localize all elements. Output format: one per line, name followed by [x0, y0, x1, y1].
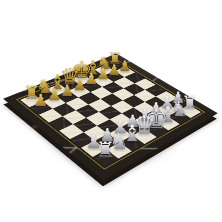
product-photo-stage: ♜♟♟♜♞♟♟♞♝♟♟♝♚♟♟♚♛♟♟♛♝♟♟♝♞♟♟♞♜♟♟♜ — [0, 0, 222, 222]
square-a5[interactable] — [49, 116, 73, 130]
piece-gold-pawn-a7[interactable]: ♟ — [34, 93, 49, 110]
piece-gold-pawn-d7[interactable]: ♟ — [72, 77, 86, 93]
square-a4[interactable] — [59, 124, 83, 139]
piece-gold-pawn-c7[interactable]: ♟ — [60, 82, 74, 98]
square-a6[interactable] — [39, 109, 63, 123]
piece-silver-rook-a1[interactable]: ♜ — [96, 139, 115, 160]
square-b6[interactable] — [53, 103, 76, 116]
square-c5[interactable] — [76, 104, 99, 117]
piece-gold-pawn-b7[interactable]: ♟ — [47, 88, 62, 104]
piece-gold-pawn-e7[interactable]: ♟ — [85, 72, 99, 87]
square-b5[interactable] — [63, 110, 87, 124]
